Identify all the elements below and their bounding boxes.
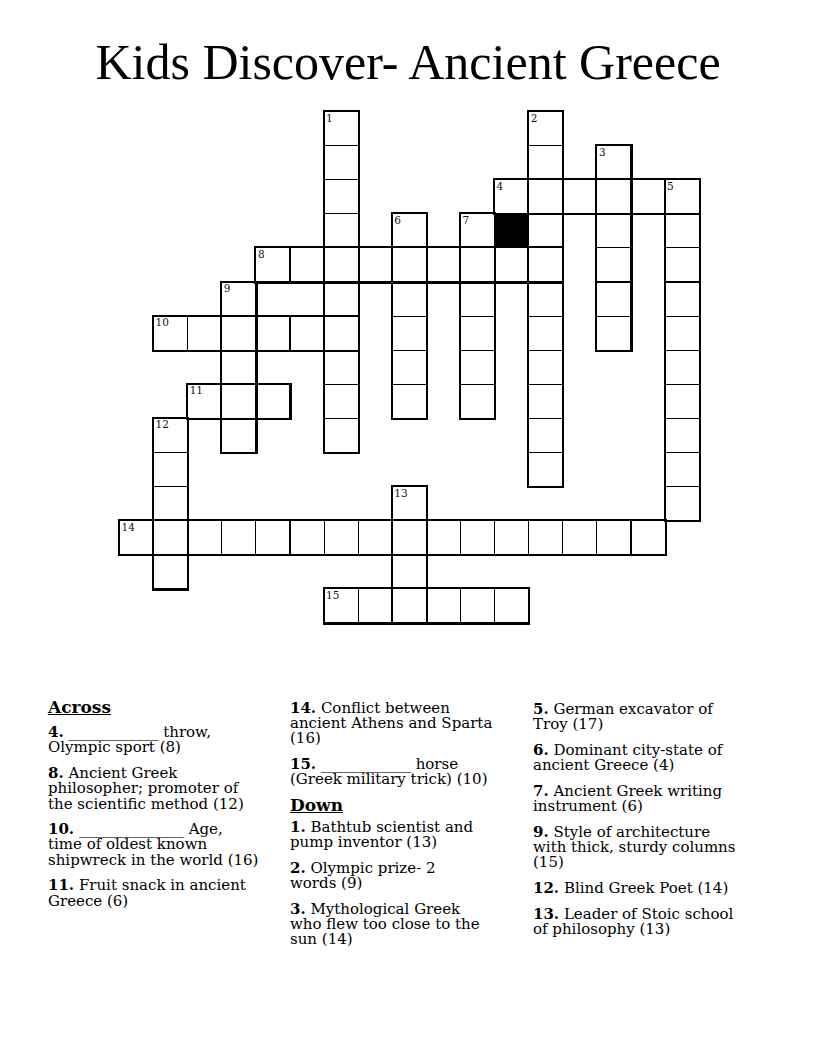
across-heading: Across [48,700,283,715]
clue-5-down: 5. German excavator ofTroy (17) [533,702,768,732]
grid-cell-r11c16[interactable] [665,486,700,521]
grid-cell-r14c11[interactable] [494,588,529,623]
grid-cell-r6c1[interactable] [153,316,188,351]
grid-cell-r3c14[interactable] [596,213,631,248]
grid-cell-r7c10[interactable] [460,350,495,385]
grid-cell-r10c16[interactable] [665,452,700,487]
clue-15-across: 15. ____________ horse(Greek military tr… [290,757,525,787]
grid-cell-r3c12[interactable] [528,213,563,248]
grid-cell-r8c8[interactable] [392,384,427,419]
grid-cell-r9c6[interactable] [324,418,359,453]
clues-column-down: 5. German excavator ofTroy (17)6. Domina… [533,702,768,947]
grid-cell-r12c8[interactable] [392,520,427,555]
grid-cell-r7c8[interactable] [392,350,427,385]
clue-number: 2. [290,859,306,877]
grid-cell-r14c9[interactable] [426,588,461,623]
grid-cell-r12c4[interactable] [255,520,290,555]
grid-cell-r12c0[interactable] [119,520,154,555]
grid-cell-r5c16[interactable] [665,282,700,317]
clue-11-across: 11. Fruit snack in ancientGreece (6) [48,878,283,908]
grid-cell-r5c8[interactable] [392,282,427,317]
grid-cell-r14c6[interactable] [324,588,359,623]
grid-cell-r12c7[interactable] [358,520,393,555]
grid-cell-r7c3[interactable] [221,350,256,385]
grid-cell-r5c10[interactable] [460,282,495,317]
clue-9-down: 9. Style of architecturewith thick, stur… [533,825,768,871]
down-clue-list: 1. Bathtub scientist andpump inventor (1… [290,820,525,947]
grid-cell-r13c8[interactable] [392,554,427,589]
black-cell [494,213,529,248]
grid-cell-r7c12[interactable] [528,350,563,385]
grid-cell-r2c14[interactable] [596,179,631,214]
grid-cell-r1c14[interactable] [596,145,631,180]
grid-cell-r12c1[interactable] [153,520,188,555]
grid-cell-r6c8[interactable] [392,316,427,351]
grid-cell-r13c1[interactable] [153,554,188,589]
clues-column-middle: 14. Conflict betweenancient Athens and S… [290,701,525,958]
clue-12-down: 12. Blind Greek Poet (14) [533,881,768,896]
clue-number: 6. [533,741,549,759]
grid-cell-r0c12[interactable] [528,111,563,146]
grid-cell-r4c4[interactable] [255,247,290,282]
grid-cell-r9c3[interactable] [221,418,256,453]
grid-cell-r6c14[interactable] [596,316,631,351]
clue-6-down: 6. Dominant city-state ofancient Greece … [533,743,768,773]
grid-cell-r4c12[interactable] [528,247,563,282]
grid-cell-r12c3[interactable] [221,520,256,555]
clue-number: 13. [533,905,559,923]
grid-cell-r8c16[interactable] [665,384,700,419]
grid-cell-r1c12[interactable] [528,145,563,180]
grid-cell-r11c1[interactable] [153,486,188,521]
grid-cell-r12c5[interactable] [290,520,325,555]
grid-cell-r3c10[interactable] [460,213,495,248]
grid-cell-r0c6[interactable] [324,111,359,146]
grid-cell-r12c13[interactable] [562,520,597,555]
clue-number: 10. [48,820,74,838]
grid-cell-r4c11[interactable] [494,247,529,282]
grid-cell-r12c9[interactable] [426,520,461,555]
clue-number: 5. [533,700,549,718]
grid-cell-r6c16[interactable] [665,316,700,351]
down-heading: Down [290,798,525,813]
grid-cell-r2c13[interactable] [562,179,597,214]
across-clue-list-continued: 14. Conflict betweenancient Athens and S… [290,701,525,788]
down-clue-list-continued: 5. German excavator ofTroy (17)6. Domina… [533,702,768,937]
clue-1-down: 1. Bathtub scientist andpump inventor (1… [290,820,525,850]
grid-cell-r12c2[interactable] [187,520,222,555]
clue-number: 3. [290,900,306,918]
grid-cell-r7c16[interactable] [665,350,700,385]
grid-cell-r10c1[interactable] [153,452,188,487]
grid-cell-r6c2[interactable] [187,316,222,351]
grid-cell-r11c8[interactable] [392,486,427,521]
grid-cell-r6c3[interactable] [221,316,256,351]
grid-cell-r2c15[interactable] [631,179,666,214]
clue-10-across: 10. ______________ Age,time of oldest kn… [48,822,283,868]
crossword-page: Kids Discover- Ancient Greece 1234567891… [0,0,816,1056]
grid-cell-r3c16[interactable] [665,213,700,248]
grid-cell-r5c14[interactable] [596,282,631,317]
grid-cell-r8c4[interactable] [255,384,290,419]
grid-cell-r2c6[interactable] [324,179,359,214]
clue-4-across: 4. ____________ throw,Olympic sport (8) [48,725,283,755]
grid-cell-r8c10[interactable] [460,384,495,419]
grid-cell-r4c7[interactable] [358,247,393,282]
grid-cell-r7c6[interactable] [324,350,359,385]
grid-cell-r6c12[interactable] [528,316,563,351]
grid-cell-r8c12[interactable] [528,384,563,419]
grid-cell-r4c8[interactable] [392,247,427,282]
clues-column-across: Across 4. ____________ throw,Olympic spo… [48,700,283,919]
grid-cell-r2c11[interactable] [494,179,529,214]
grid-cell-r8c2[interactable] [187,384,222,419]
clue-13-down: 13. Leader of Stoic schoolof philosophy … [533,907,768,937]
grid-cell-r6c10[interactable] [460,316,495,351]
grid-cell-r5c6[interactable] [324,282,359,317]
grid-cell-r4c10[interactable] [460,247,495,282]
clue-number: 8. [48,764,64,782]
grid-cell-r9c12[interactable] [528,418,563,453]
grid-cell-r1c6[interactable] [324,145,359,180]
grid-cell-r2c16[interactable] [665,179,700,214]
grid-cell-r10c12[interactable] [528,452,563,487]
grid-cell-r2c12[interactable] [528,179,563,214]
grid-cell-r4c14[interactable] [596,247,631,282]
grid-cell-r12c14[interactable] [596,520,631,555]
clue-number: 15. [290,755,316,773]
grid-cell-r12c6[interactable] [324,520,359,555]
grid-cell-r9c16[interactable] [665,418,700,453]
grid-cell-r6c4[interactable] [255,316,290,351]
clue-number: 9. [533,823,549,841]
grid-cell-r12c15[interactable] [631,520,666,555]
clue-number: 4. [48,723,64,741]
grid-cell-r5c12[interactable] [528,282,563,317]
clue-3-down: 3. Mythological Greekwho flew too close … [290,902,525,948]
grid-cell-r4c5[interactable] [290,247,325,282]
grid-cell-r12c11[interactable] [494,520,529,555]
clue-8-across: 8. Ancient Greekphilosopher; promoter of… [48,766,283,812]
grid-cell-r8c3[interactable] [221,384,256,419]
clue-number: 14. [290,699,316,717]
grid-cell-r4c16[interactable] [665,247,700,282]
grid-cell-r3c8[interactable] [392,213,427,248]
grid-cell-r8c6[interactable] [324,384,359,419]
grid-cell-r5c3[interactable] [221,282,256,317]
grid-cell-r6c6[interactable] [324,316,359,351]
grid-cell-r12c10[interactable] [460,520,495,555]
clue-number: 12. [533,879,559,897]
clue-number: 1. [290,818,306,836]
clue-7-down: 7. Ancient Greek writinginstrument (6) [533,784,768,814]
clue-14-across: 14. Conflict betweenancient Athens and S… [290,701,525,747]
clue-number: 7. [533,782,549,800]
grid-cell-r12c12[interactable] [528,520,563,555]
grid-cell-r14c10[interactable] [460,588,495,623]
grid-cell-r4c9[interactable] [426,247,461,282]
clue-2-down: 2. Olympic prize- 2words (9) [290,861,525,891]
grid-cell-r3c6[interactable] [324,213,359,248]
grid-cell-r6c5[interactable] [290,316,325,351]
puzzle-title: Kids Discover- Ancient Greece [0,35,816,90]
grid-cell-r14c8[interactable] [392,588,427,623]
clue-number: 11. [48,876,74,894]
crossword-grid: 123456789101112131415 [119,111,700,624]
across-clue-list: 4. ____________ throw,Olympic sport (8)8… [48,725,283,909]
grid-cell-r4c6[interactable] [324,247,359,282]
grid-cell-r9c1[interactable] [153,418,188,453]
grid-cell-r14c7[interactable] [358,588,393,623]
